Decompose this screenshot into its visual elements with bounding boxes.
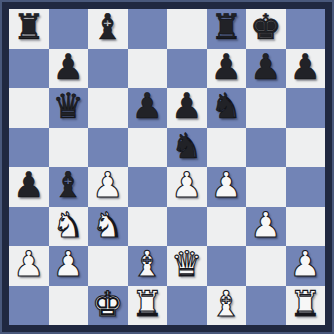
square-g2[interactable] [246,246,286,286]
square-c4[interactable]: ♟ [88,167,128,207]
piece-white-pawn[interactable]: ♟ [211,168,242,203]
square-h1[interactable]: ♜ [286,286,326,326]
piece-black-bishop[interactable]: ♝ [92,10,123,45]
square-c6[interactable] [88,88,128,128]
piece-black-king[interactable]: ♚ [250,10,281,45]
square-b5[interactable] [49,128,89,168]
chess-board: ♜♝♜♚♟♟♟♟♛♟♟♞♞♟♝♟♟♟♞♞♟♟♟♝♛♟♚♜♝♜ [9,9,325,325]
piece-white-bishop[interactable]: ♝ [211,287,242,322]
square-f2[interactable] [207,246,247,286]
square-h7[interactable]: ♟ [286,49,326,89]
piece-white-pawn[interactable]: ♟ [290,247,321,282]
piece-white-pawn[interactable]: ♟ [171,168,202,203]
square-a8[interactable]: ♜ [9,9,49,49]
square-d4[interactable] [128,167,168,207]
piece-black-knight[interactable]: ♞ [171,129,202,164]
piece-white-pawn[interactable]: ♟ [250,208,281,243]
square-g8[interactable]: ♚ [246,9,286,49]
square-h5[interactable] [286,128,326,168]
piece-white-rook[interactable]: ♜ [290,287,321,322]
piece-white-pawn[interactable]: ♟ [13,247,44,282]
piece-white-knight[interactable]: ♞ [53,208,84,243]
square-c8[interactable]: ♝ [88,9,128,49]
square-b3[interactable]: ♞ [49,207,89,247]
square-a7[interactable] [9,49,49,89]
piece-black-queen[interactable]: ♛ [53,89,84,124]
board-frame-outer: ♜♝♜♚♟♟♟♟♛♟♟♞♞♟♝♟♟♟♞♞♟♟♟♝♛♟♚♜♝♜ [0,0,334,334]
piece-black-pawn[interactable]: ♟ [211,50,242,85]
piece-white-pawn[interactable]: ♟ [92,168,123,203]
square-c2[interactable] [88,246,128,286]
square-e4[interactable]: ♟ [167,167,207,207]
piece-white-bishop[interactable]: ♝ [132,247,163,282]
square-e3[interactable] [167,207,207,247]
square-h8[interactable] [286,9,326,49]
square-e2[interactable]: ♛ [167,246,207,286]
square-g3[interactable]: ♟ [246,207,286,247]
piece-white-pawn[interactable]: ♟ [53,247,84,282]
piece-black-pawn[interactable]: ♟ [171,89,202,124]
square-d8[interactable] [128,9,168,49]
square-a2[interactable]: ♟ [9,246,49,286]
piece-white-knight[interactable]: ♞ [92,208,123,243]
square-h3[interactable] [286,207,326,247]
square-f4[interactable]: ♟ [207,167,247,207]
square-a4[interactable]: ♟ [9,167,49,207]
piece-black-rook[interactable]: ♜ [211,10,242,45]
square-b6[interactable]: ♛ [49,88,89,128]
square-f7[interactable]: ♟ [207,49,247,89]
square-f1[interactable]: ♝ [207,286,247,326]
piece-black-knight[interactable]: ♞ [211,89,242,124]
square-d5[interactable] [128,128,168,168]
square-f5[interactable] [207,128,247,168]
piece-black-pawn[interactable]: ♟ [250,50,281,85]
square-e1[interactable] [167,286,207,326]
square-g5[interactable] [246,128,286,168]
square-e6[interactable]: ♟ [167,88,207,128]
square-f8[interactable]: ♜ [207,9,247,49]
square-d3[interactable] [128,207,168,247]
square-d2[interactable]: ♝ [128,246,168,286]
piece-black-pawn[interactable]: ♟ [53,50,84,85]
square-b7[interactable]: ♟ [49,49,89,89]
square-b4[interactable]: ♝ [49,167,89,207]
square-a3[interactable] [9,207,49,247]
square-b1[interactable] [49,286,89,326]
piece-white-queen[interactable]: ♛ [171,247,202,282]
piece-white-king[interactable]: ♚ [92,287,123,322]
square-c1[interactable]: ♚ [88,286,128,326]
square-g6[interactable] [246,88,286,128]
square-e7[interactable] [167,49,207,89]
square-c7[interactable] [88,49,128,89]
square-g1[interactable] [246,286,286,326]
square-c5[interactable] [88,128,128,168]
piece-black-pawn[interactable]: ♟ [132,89,163,124]
square-e8[interactable] [167,9,207,49]
piece-black-rook[interactable]: ♜ [13,10,44,45]
square-h2[interactable]: ♟ [286,246,326,286]
square-d6[interactable]: ♟ [128,88,168,128]
square-a6[interactable] [9,88,49,128]
square-f3[interactable] [207,207,247,247]
piece-black-pawn[interactable]: ♟ [13,168,44,203]
square-d1[interactable]: ♜ [128,286,168,326]
square-g7[interactable]: ♟ [246,49,286,89]
square-b8[interactable] [49,9,89,49]
square-e5[interactable]: ♞ [167,128,207,168]
square-c3[interactable]: ♞ [88,207,128,247]
square-d7[interactable] [128,49,168,89]
square-g4[interactable] [246,167,286,207]
piece-black-bishop[interactable]: ♝ [53,168,84,203]
board-frame-inner: ♜♝♜♚♟♟♟♟♛♟♟♞♞♟♝♟♟♟♞♞♟♟♟♝♛♟♚♜♝♜ [2,2,332,332]
piece-black-pawn[interactable]: ♟ [290,50,321,85]
piece-white-rook[interactable]: ♜ [132,287,163,322]
square-h4[interactable] [286,167,326,207]
square-a5[interactable] [9,128,49,168]
square-a1[interactable] [9,286,49,326]
square-b2[interactable]: ♟ [49,246,89,286]
square-f6[interactable]: ♞ [207,88,247,128]
square-h6[interactable] [286,88,326,128]
